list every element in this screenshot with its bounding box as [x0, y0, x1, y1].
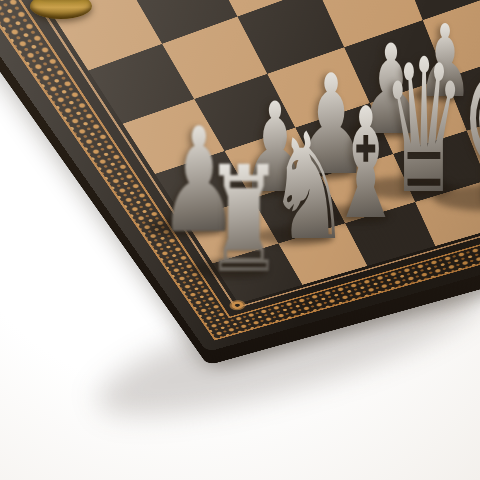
white-rook-glyph: ♜: [204, 147, 283, 294]
chess-set-photo: ♟♟♚♟♛♟♝♟♞♜: [0, 0, 480, 480]
pieces-layer: ♟♟♚♟♛♟♝♟♞♜: [0, 0, 480, 480]
piece-white-rook-a1: ♜: [178, 147, 310, 294]
